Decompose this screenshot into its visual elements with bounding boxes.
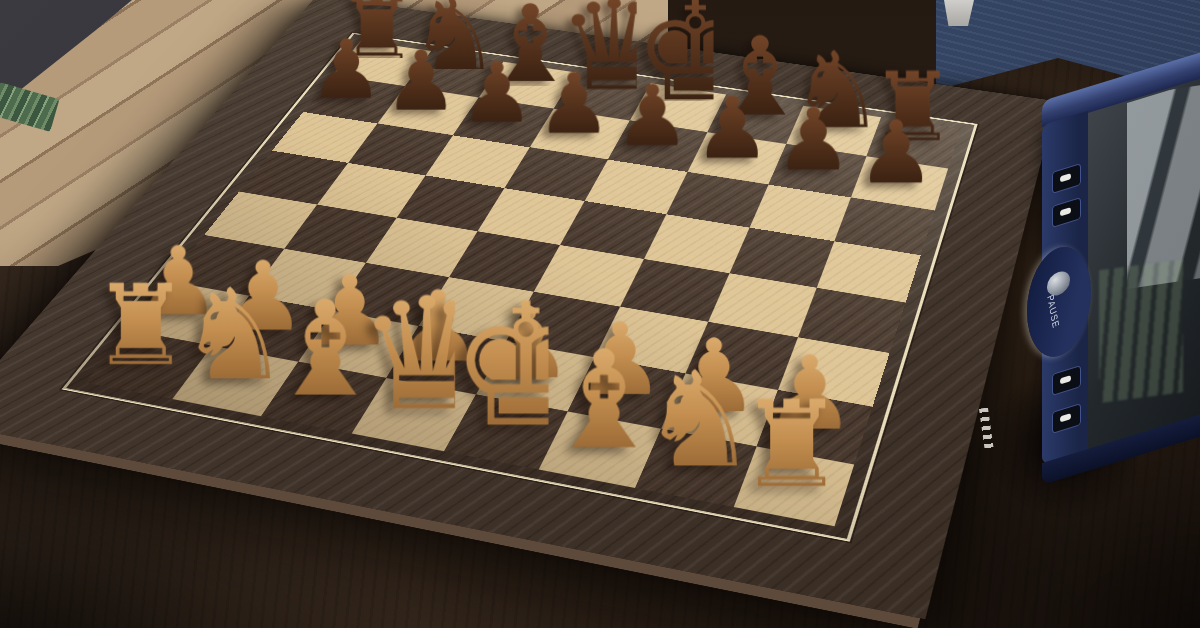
- board-squares-grid: ♜♞♝♛♚♝♞♜♟♟♟♟♟♟♟♟♟♟♟♟♟♟♟♟♜♞♝♛♚♝♞♜: [85, 41, 960, 527]
- white-queen-d1[interactable]: ♛: [357, 278, 455, 433]
- black-pawn-h7[interactable]: ♟: [854, 109, 938, 196]
- clock-center-oval: PAUSE: [1027, 238, 1091, 366]
- black-pawn-c7[interactable]: ♟: [457, 51, 537, 134]
- memory-button-icon[interactable]: [1052, 403, 1081, 434]
- black-pawn-a7[interactable]: ♟: [307, 29, 386, 111]
- pause-label: PAUSE: [1045, 293, 1063, 341]
- chess-clock: PAUSE: [1042, 64, 1200, 465]
- white-knight-b1[interactable]: ♞: [178, 272, 274, 397]
- black-pawn-e7[interactable]: ♟: [611, 74, 693, 159]
- change-button-icon[interactable]: [1052, 365, 1081, 396]
- square-g7: ♟: [768, 144, 866, 197]
- white-rook-a1[interactable]: ♜: [91, 270, 186, 381]
- white-bishop-f1[interactable]: ♝: [543, 333, 643, 468]
- clock-display: [1088, 69, 1200, 447]
- white-king-e1[interactable]: ♚: [450, 280, 549, 450]
- clock-button-strip: PAUSE: [1042, 111, 1088, 465]
- white-bishop-c1[interactable]: ♝: [266, 284, 363, 415]
- lcd-digits-reflection: [1099, 259, 1183, 403]
- square-h7: ♟: [851, 156, 948, 210]
- black-pawn-d7[interactable]: ♟: [533, 62, 614, 146]
- sound-button-icon[interactable]: [1052, 163, 1081, 194]
- photo-scene: ♜♞♝♛♚♝♞♜♟♟♟♟♟♟♟♟♟♟♟♟♟♟♟♟♜♞♝♛♚♝♞♜ PAUSE: [0, 0, 1200, 628]
- window-reflection: [1127, 79, 1200, 288]
- black-pawn-f7[interactable]: ♟: [691, 86, 774, 171]
- square-g6: [750, 185, 851, 242]
- white-rook-h1[interactable]: ♜: [738, 386, 840, 506]
- black-pawn-b7[interactable]: ♟: [381, 40, 461, 123]
- black-pawn-g7[interactable]: ♟: [772, 97, 855, 183]
- white-knight-g1[interactable]: ♞: [640, 354, 741, 486]
- set-button-icon[interactable]: [1052, 197, 1081, 228]
